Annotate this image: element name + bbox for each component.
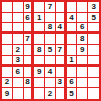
- cell-r4c2[interactable]: [13, 34, 24, 45]
- cell-r3c2[interactable]: [13, 23, 24, 34]
- cell-r6c4[interactable]: [34, 56, 45, 67]
- cell-r8c4[interactable]: [34, 78, 45, 89]
- cell-r3c5[interactable]: 8: [45, 23, 56, 34]
- cell-r8c8[interactable]: [77, 78, 88, 89]
- cell-r3c9[interactable]: [88, 23, 99, 34]
- cell-r5c1[interactable]: [2, 45, 13, 56]
- cell-r9c9[interactable]: [88, 88, 99, 99]
- cell-r7c2[interactable]: 6: [13, 67, 24, 78]
- cell-r4c9[interactable]: [88, 34, 99, 45]
- cell-r8c9[interactable]: [88, 78, 99, 89]
- cell-r9c4[interactable]: [34, 88, 45, 99]
- cell-r7c9[interactable]: [88, 67, 99, 78]
- cell-r5c8[interactable]: 9: [77, 45, 88, 56]
- cell-r6c5[interactable]: [45, 56, 56, 67]
- cell-r3c4[interactable]: [34, 23, 45, 34]
- cell-r7c6[interactable]: [56, 67, 67, 78]
- cell-r7c5[interactable]: 4: [45, 67, 56, 78]
- cell-r4c5[interactable]: [45, 34, 56, 45]
- cell-r1c4[interactable]: [34, 2, 45, 13]
- cell-r9c5[interactable]: 2: [45, 88, 56, 99]
- cell-r7c7[interactable]: [67, 67, 78, 78]
- cell-r6c7[interactable]: 1: [67, 56, 78, 67]
- cell-r2c3[interactable]: 6: [24, 13, 35, 24]
- cell-r5c3[interactable]: [24, 45, 35, 56]
- cell-r3c3[interactable]: [24, 23, 35, 34]
- cell-r1c8[interactable]: [77, 2, 88, 13]
- cell-r2c9[interactable]: 5: [88, 13, 99, 24]
- cell-r5c6[interactable]: 7: [56, 45, 67, 56]
- cell-r8c1[interactable]: 2: [2, 78, 13, 89]
- cell-r6c8[interactable]: [77, 56, 88, 67]
- cell-r6c6[interactable]: [56, 56, 67, 67]
- cell-r9c8[interactable]: [77, 88, 88, 99]
- cell-r1c7[interactable]: [67, 2, 78, 13]
- cell-r3c1[interactable]: [2, 23, 13, 34]
- cell-r5c4[interactable]: 8: [34, 45, 45, 56]
- cell-r6c2[interactable]: 3: [13, 56, 24, 67]
- cell-r8c6[interactable]: 3: [56, 78, 67, 89]
- cell-r9c1[interactable]: 9: [2, 88, 13, 99]
- cell-r2c2[interactable]: [13, 13, 24, 24]
- cell-r4c3[interactable]: 7: [24, 34, 35, 45]
- cell-r7c8[interactable]: [77, 67, 88, 78]
- cell-r6c3[interactable]: [24, 56, 35, 67]
- cell-r1c3[interactable]: 9: [24, 2, 35, 13]
- cell-r6c1[interactable]: [2, 56, 13, 67]
- cell-r9c2[interactable]: [13, 88, 24, 99]
- cell-r4c4[interactable]: [34, 34, 45, 45]
- cell-r4c6[interactable]: [56, 34, 67, 45]
- sudoku-board: 97361458467828579316942836925: [0, 0, 101, 101]
- cell-r2c1[interactable]: [2, 13, 13, 24]
- cell-r9c7[interactable]: 5: [67, 88, 78, 99]
- cell-r1c9[interactable]: 3: [88, 2, 99, 13]
- cell-r7c3[interactable]: [24, 67, 35, 78]
- cell-r9c3[interactable]: [24, 88, 35, 99]
- cell-r1c5[interactable]: 7: [45, 2, 56, 13]
- cell-r5c9[interactable]: [88, 45, 99, 56]
- cell-r3c7[interactable]: [67, 23, 78, 34]
- cell-r1c2[interactable]: [13, 2, 24, 13]
- cell-r1c6[interactable]: [56, 2, 67, 13]
- cell-r6c9[interactable]: [88, 56, 99, 67]
- cell-r2c7[interactable]: 4: [67, 13, 78, 24]
- cell-r3c6[interactable]: 4: [56, 23, 67, 34]
- cell-r4c8[interactable]: 8: [77, 34, 88, 45]
- cell-r8c5[interactable]: [45, 78, 56, 89]
- cell-r1c1[interactable]: [2, 2, 13, 13]
- cell-r7c1[interactable]: [2, 67, 13, 78]
- cell-r8c7[interactable]: 6: [67, 78, 78, 89]
- cell-r8c3[interactable]: 8: [24, 78, 35, 89]
- cell-r8c2[interactable]: [13, 78, 24, 89]
- cell-r2c4[interactable]: 1: [34, 13, 45, 24]
- cell-r7c4[interactable]: 9: [34, 67, 45, 78]
- cell-r5c5[interactable]: 5: [45, 45, 56, 56]
- cell-r4c1[interactable]: [2, 34, 13, 45]
- cell-r3c8[interactable]: 6: [77, 23, 88, 34]
- cell-r9c6[interactable]: [56, 88, 67, 99]
- cell-r4c7[interactable]: [67, 34, 78, 45]
